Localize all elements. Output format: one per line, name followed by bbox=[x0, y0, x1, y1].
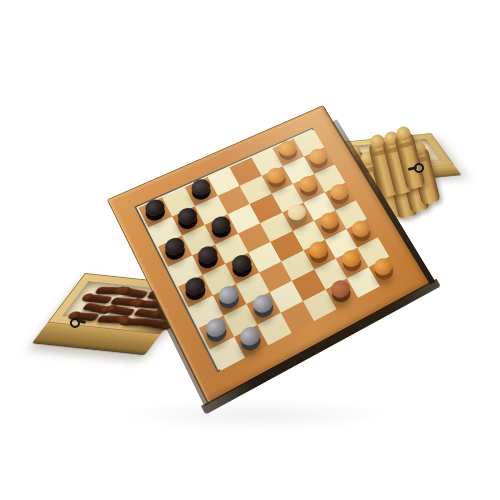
ground-shadow bbox=[120, 398, 390, 432]
product-photo-stage: Overhead product photo of a 2-in-1 woode… bbox=[0, 0, 500, 500]
left-drawer-latch-icon[interactable] bbox=[70, 314, 86, 328]
right-drawer-latch-icon[interactable] bbox=[408, 160, 424, 174]
